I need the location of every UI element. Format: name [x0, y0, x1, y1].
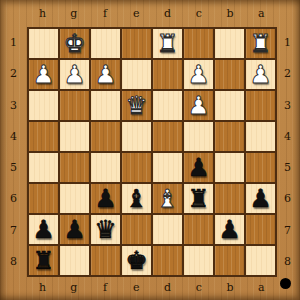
square-a6[interactable]: ♟: [246, 184, 275, 213]
piece-black-pawn[interactable]: ♟: [94, 184, 116, 213]
file-labels-top: hgfedcba: [27, 0, 277, 27]
rank-label-7: 7: [0, 215, 27, 246]
square-b2[interactable]: [215, 60, 244, 89]
square-d2[interactable]: [153, 60, 182, 89]
rank-label-1: 1: [0, 27, 27, 58]
square-b4[interactable]: [215, 122, 244, 151]
square-g1[interactable]: ♚: [60, 29, 89, 58]
piece-white-pawn[interactable]: ♟: [63, 60, 85, 89]
file-label-a: a: [246, 275, 277, 300]
square-b5[interactable]: [215, 153, 244, 182]
square-b8[interactable]: [215, 246, 244, 275]
file-label-c: c: [183, 0, 214, 27]
square-e4[interactable]: [122, 122, 151, 151]
square-h4[interactable]: [29, 122, 58, 151]
square-b3[interactable]: [215, 91, 244, 120]
square-d6[interactable]: ♝: [153, 184, 182, 213]
square-f7[interactable]: ♛: [91, 215, 120, 244]
square-f4[interactable]: [91, 122, 120, 151]
rank-label-7: 7: [275, 215, 300, 246]
square-e5[interactable]: [122, 153, 151, 182]
rank-label-4: 4: [0, 121, 27, 152]
square-d4[interactable]: [153, 122, 182, 151]
square-a3[interactable]: [246, 91, 275, 120]
file-label-f: f: [90, 0, 121, 27]
square-a2[interactable]: ♟: [246, 60, 275, 89]
square-e2[interactable]: [122, 60, 151, 89]
piece-black-pawn[interactable]: ♟: [32, 215, 54, 244]
piece-black-rook[interactable]: ♜: [187, 184, 209, 213]
rank-label-6: 6: [0, 183, 27, 214]
square-g3[interactable]: [60, 91, 89, 120]
square-f6[interactable]: ♟: [91, 184, 120, 213]
black-to-move-indicator: [280, 278, 291, 289]
square-c6[interactable]: ♜: [184, 184, 213, 213]
square-c5[interactable]: ♟: [184, 153, 213, 182]
piece-white-pawn[interactable]: ♟: [32, 60, 54, 89]
square-g5[interactable]: [60, 153, 89, 182]
square-a5[interactable]: [246, 153, 275, 182]
square-h7[interactable]: ♟: [29, 215, 58, 244]
file-label-h: h: [27, 275, 58, 300]
file-label-b: b: [215, 275, 246, 300]
square-c2[interactable]: ♟: [184, 60, 213, 89]
piece-white-rook[interactable]: ♜: [156, 29, 178, 58]
square-a1[interactable]: ♜: [246, 29, 275, 58]
square-d7[interactable]: [153, 215, 182, 244]
rank-label-6: 6: [275, 183, 300, 214]
piece-black-pawn[interactable]: ♟: [218, 215, 240, 244]
square-g2[interactable]: ♟: [60, 60, 89, 89]
square-d5[interactable]: [153, 153, 182, 182]
file-label-g: g: [58, 0, 89, 27]
piece-black-pawn[interactable]: ♟: [249, 184, 271, 213]
square-f8[interactable]: [91, 246, 120, 275]
square-h1[interactable]: [29, 29, 58, 58]
piece-white-rook[interactable]: ♜: [249, 29, 271, 58]
square-f1[interactable]: [91, 29, 120, 58]
file-labels-bottom: hgfedcba: [27, 275, 277, 300]
piece-white-bishop[interactable]: ♝: [156, 184, 178, 213]
square-e8[interactable]: ♚: [122, 246, 151, 275]
piece-black-pawn[interactable]: ♟: [187, 153, 209, 182]
square-e1[interactable]: [122, 29, 151, 58]
file-label-h: h: [27, 0, 58, 27]
rank-label-4: 4: [275, 121, 300, 152]
piece-white-pawn[interactable]: ♟: [187, 60, 209, 89]
piece-white-queen[interactable]: ♛: [125, 91, 147, 120]
file-label-c: c: [183, 275, 214, 300]
rank-label-2: 2: [275, 58, 300, 89]
rank-labels-left: 12345678: [0, 27, 27, 277]
piece-white-king[interactable]: ♚: [63, 29, 85, 58]
file-label-b: b: [215, 0, 246, 27]
square-g7[interactable]: ♟: [60, 215, 89, 244]
rank-label-8: 8: [0, 246, 27, 277]
piece-white-pawn[interactable]: ♟: [187, 91, 209, 120]
square-b1[interactable]: [215, 29, 244, 58]
rank-label-2: 2: [0, 58, 27, 89]
square-e6[interactable]: ♝: [122, 184, 151, 213]
piece-black-bishop[interactable]: ♝: [125, 184, 147, 213]
square-a4[interactable]: [246, 122, 275, 151]
piece-black-rook[interactable]: ♜: [32, 246, 54, 275]
piece-black-king[interactable]: ♚: [125, 246, 147, 275]
square-d3[interactable]: [153, 91, 182, 120]
chess-board: ♚♜♜♟♟♟♟♟♛♟♟♟♝♝♜♟♟♟♛♟♜♚: [27, 27, 277, 277]
square-b6[interactable]: [215, 184, 244, 213]
square-f5[interactable]: [91, 153, 120, 182]
piece-black-pawn[interactable]: ♟: [63, 215, 85, 244]
file-label-e: e: [121, 275, 152, 300]
file-label-g: g: [58, 275, 89, 300]
square-c3[interactable]: ♟: [184, 91, 213, 120]
square-h2[interactable]: ♟: [29, 60, 58, 89]
square-f2[interactable]: ♟: [91, 60, 120, 89]
square-g6[interactable]: [60, 184, 89, 213]
square-h6[interactable]: [29, 184, 58, 213]
rank-label-5: 5: [275, 152, 300, 183]
rank-label-3: 3: [275, 90, 300, 121]
square-d8[interactable]: [153, 246, 182, 275]
square-c7[interactable]: [184, 215, 213, 244]
piece-white-pawn[interactable]: ♟: [94, 60, 116, 89]
chess-board-frame: hgfedcba 12345678 ♚♜♜♟♟♟♟♟♛♟♟♟♝♝♜♟♟♟♛♟♜♚…: [0, 0, 300, 300]
square-e3[interactable]: ♛: [122, 91, 151, 120]
square-g8[interactable]: [60, 246, 89, 275]
rank-label-3: 3: [0, 90, 27, 121]
rank-label-8: 8: [275, 246, 300, 277]
square-b7[interactable]: ♟: [215, 215, 244, 244]
square-h8[interactable]: ♜: [29, 246, 58, 275]
square-a8[interactable]: [246, 246, 275, 275]
square-h3[interactable]: [29, 91, 58, 120]
file-label-e: e: [121, 0, 152, 27]
square-c8[interactable]: [184, 246, 213, 275]
square-a7[interactable]: [246, 215, 275, 244]
file-label-d: d: [152, 0, 183, 27]
square-c1[interactable]: [184, 29, 213, 58]
rank-labels-right: 12345678: [275, 27, 300, 277]
rank-label-5: 5: [0, 152, 27, 183]
piece-black-queen[interactable]: ♛: [94, 215, 116, 244]
file-label-d: d: [152, 275, 183, 300]
piece-white-pawn[interactable]: ♟: [249, 60, 271, 89]
square-g4[interactable]: [60, 122, 89, 151]
rank-label-1: 1: [275, 27, 300, 58]
file-label-f: f: [90, 275, 121, 300]
square-f3[interactable]: [91, 91, 120, 120]
square-h5[interactable]: [29, 153, 58, 182]
square-c4[interactable]: [184, 122, 213, 151]
file-label-a: a: [246, 0, 277, 27]
square-d1[interactable]: ♜: [153, 29, 182, 58]
square-e7[interactable]: [122, 215, 151, 244]
